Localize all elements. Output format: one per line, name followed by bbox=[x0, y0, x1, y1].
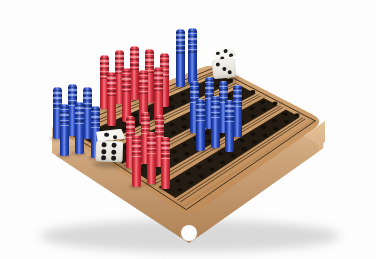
die-pip bbox=[228, 70, 233, 75]
die-front-face bbox=[212, 58, 237, 79]
peg-ridges bbox=[161, 137, 170, 160]
peg-ridges bbox=[60, 104, 69, 127]
peg-ridges bbox=[147, 132, 156, 155]
board-hole[interactable] bbox=[183, 144, 188, 148]
peg-blue[interactable] bbox=[233, 85, 242, 137]
board-hole[interactable] bbox=[241, 147, 246, 151]
board-hole[interactable] bbox=[197, 165, 202, 169]
board-hole[interactable] bbox=[240, 139, 245, 143]
peg-red[interactable] bbox=[130, 46, 139, 100]
board-hole[interactable] bbox=[282, 112, 287, 116]
die-pip bbox=[215, 52, 219, 56]
die-pip bbox=[229, 53, 233, 57]
die-pip bbox=[111, 149, 116, 154]
peg-blue[interactable] bbox=[196, 99, 205, 151]
peg-ridges bbox=[141, 112, 150, 135]
board-hole[interactable] bbox=[180, 92, 185, 96]
peg-ridges bbox=[139, 70, 148, 94]
board-hole[interactable] bbox=[174, 159, 179, 163]
peg-red[interactable] bbox=[161, 137, 170, 189]
corner-notch bbox=[181, 225, 197, 241]
board-hole[interactable] bbox=[284, 120, 289, 124]
board-hole[interactable] bbox=[207, 159, 212, 163]
board-hole[interactable] bbox=[169, 123, 174, 127]
peg-blue[interactable] bbox=[60, 104, 69, 156]
peg-blue[interactable] bbox=[225, 100, 234, 152]
board-hole[interactable] bbox=[250, 132, 255, 136]
board-hole[interactable] bbox=[220, 161, 225, 165]
peg-ridges bbox=[155, 115, 164, 138]
peg-ridges bbox=[176, 29, 185, 55]
board-hole[interactable] bbox=[175, 179, 180, 183]
peg-ridges bbox=[225, 100, 234, 123]
board-hole[interactable] bbox=[182, 125, 187, 129]
board-hole[interactable] bbox=[294, 113, 299, 117]
board-hole[interactable] bbox=[252, 140, 257, 144]
peg-red[interactable] bbox=[154, 67, 163, 121]
peg-ridges bbox=[233, 85, 242, 108]
board-hole[interactable] bbox=[188, 181, 193, 185]
scene bbox=[0, 0, 376, 259]
die-pip bbox=[104, 132, 109, 136]
board-hole[interactable] bbox=[250, 90, 255, 94]
board-hole[interactable] bbox=[261, 108, 266, 112]
board-hole[interactable] bbox=[205, 131, 210, 135]
peg-ridges bbox=[130, 46, 139, 70]
peg-ridges bbox=[196, 99, 205, 122]
peg-ridges bbox=[132, 135, 141, 158]
board-hole[interactable] bbox=[273, 127, 278, 131]
board-hole[interactable] bbox=[168, 98, 173, 102]
peg-ridges bbox=[107, 72, 116, 96]
board-hole[interactable] bbox=[249, 107, 254, 111]
board-hole[interactable] bbox=[171, 131, 176, 135]
peg-blue[interactable] bbox=[211, 96, 220, 148]
die-pip bbox=[111, 155, 116, 160]
board-hole[interactable] bbox=[263, 134, 268, 138]
peg-blue[interactable] bbox=[188, 28, 197, 84]
peg-ridges bbox=[91, 106, 100, 129]
board-hole[interactable] bbox=[231, 154, 236, 158]
corner-notch bbox=[37, 144, 51, 158]
board-hole[interactable] bbox=[210, 168, 215, 172]
die[interactable] bbox=[94, 127, 126, 165]
board-hole[interactable] bbox=[272, 119, 277, 123]
peg-ridges bbox=[83, 87, 92, 110]
board-hole[interactable] bbox=[178, 188, 183, 192]
die-pip bbox=[101, 155, 106, 160]
die-pip bbox=[102, 143, 107, 148]
board-hole[interactable] bbox=[181, 100, 186, 104]
board-hole[interactable] bbox=[261, 126, 266, 130]
die-pip bbox=[216, 62, 221, 67]
peg-ridges bbox=[75, 102, 84, 125]
board-hole[interactable] bbox=[199, 174, 204, 178]
peg-ridges bbox=[154, 67, 163, 91]
peg-red[interactable] bbox=[122, 68, 131, 122]
board-hole[interactable] bbox=[186, 172, 191, 176]
board-hole[interactable] bbox=[250, 114, 255, 118]
peg-red[interactable] bbox=[147, 132, 156, 184]
board-hole[interactable] bbox=[272, 102, 277, 106]
board-hole[interactable] bbox=[171, 150, 176, 154]
die[interactable] bbox=[209, 47, 239, 82]
die-pip bbox=[112, 143, 117, 148]
peg-red[interactable] bbox=[132, 135, 141, 187]
board-hole[interactable] bbox=[184, 152, 189, 156]
peg-blue[interactable] bbox=[75, 102, 84, 154]
die-pip bbox=[223, 49, 227, 53]
die-pip bbox=[101, 149, 106, 154]
peg-ridges bbox=[122, 68, 131, 92]
peg-red[interactable] bbox=[107, 72, 116, 126]
die-pip bbox=[113, 135, 118, 139]
die-pip bbox=[222, 66, 227, 71]
board-hole[interactable] bbox=[260, 100, 265, 104]
die-front-face bbox=[96, 140, 123, 163]
peg-ridges bbox=[145, 49, 154, 73]
peg-ridges bbox=[188, 28, 197, 53]
corner-notch bbox=[323, 139, 337, 153]
peg-ridges bbox=[211, 96, 220, 119]
board-hole[interactable] bbox=[181, 117, 186, 121]
peg-blue[interactable] bbox=[176, 29, 185, 87]
